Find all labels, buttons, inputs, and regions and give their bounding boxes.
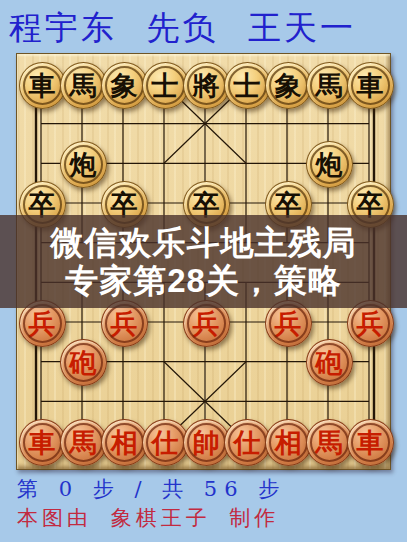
piece-red-elephant[interactable]: 相 [265,419,312,466]
piece-black-elephant[interactable]: 象 [265,62,312,109]
caption-overlay: 微信欢乐斗地主残局 专家第28关，策略 [0,215,407,308]
piece-black-chariot[interactable]: 車 [19,62,66,109]
piece-black-elephant[interactable]: 象 [101,62,148,109]
piece-red-advisor[interactable]: 仕 [142,419,189,466]
piece-red-horse[interactable]: 馬 [60,419,107,466]
piece-character: 砲 [61,340,106,385]
piece-red-elephant[interactable]: 相 [101,419,148,466]
piece-character: 士 [143,63,188,108]
piece-red-horse[interactable]: 馬 [306,419,353,466]
piece-character: 馬 [307,420,352,465]
credit-line: 本图由 象棋王子 制作 [17,506,279,531]
piece-red-chariot[interactable]: 車 [347,419,394,466]
piece-character: 相 [102,420,147,465]
piece-black-advisor[interactable]: 士 [224,62,271,109]
piece-character: 象 [102,63,147,108]
piece-character: 車 [348,420,393,465]
piece-character: 馬 [61,63,106,108]
piece-red-cannon[interactable]: 砲 [306,339,353,386]
piece-red-advisor[interactable]: 仕 [224,419,271,466]
piece-black-horse[interactable]: 馬 [60,62,107,109]
piece-black-chariot[interactable]: 車 [347,62,394,109]
piece-black-cannon[interactable]: 炮 [60,141,107,188]
piece-character: 仕 [143,420,188,465]
piece-character: 車 [20,63,65,108]
piece-black-horse[interactable]: 馬 [306,62,353,109]
piece-character: 帥 [184,420,229,465]
piece-character: 將 [184,63,229,108]
piece-character: 車 [348,63,393,108]
piece-red-cannon[interactable]: 砲 [60,339,107,386]
piece-character: 炮 [61,142,106,187]
piece-character: 炮 [307,142,352,187]
piece-character: 馬 [307,63,352,108]
piece-black-general[interactable]: 將 [183,62,230,109]
move-counter: 第 0 步 / 共 56 步 [17,477,286,502]
piece-red-general[interactable]: 帥 [183,419,230,466]
piece-black-cannon[interactable]: 炮 [306,141,353,188]
piece-black-advisor[interactable]: 士 [142,62,189,109]
caption-line-1: 微信欢乐斗地主残局 [51,224,357,262]
piece-character: 士 [225,63,270,108]
game-result-title: 程宇东 先负 王天一 [9,6,407,50]
piece-character: 車 [20,420,65,465]
piece-character: 仕 [225,420,270,465]
caption-line-2: 专家第28关，策略 [65,262,342,300]
piece-character: 相 [266,420,311,465]
piece-character: 砲 [307,340,352,385]
piece-character: 馬 [61,420,106,465]
piece-red-chariot[interactable]: 車 [19,419,66,466]
xiangqi-diagram-app: { "game": "xiangqi", "position": { "fen"… [0,0,407,542]
piece-character: 象 [266,63,311,108]
